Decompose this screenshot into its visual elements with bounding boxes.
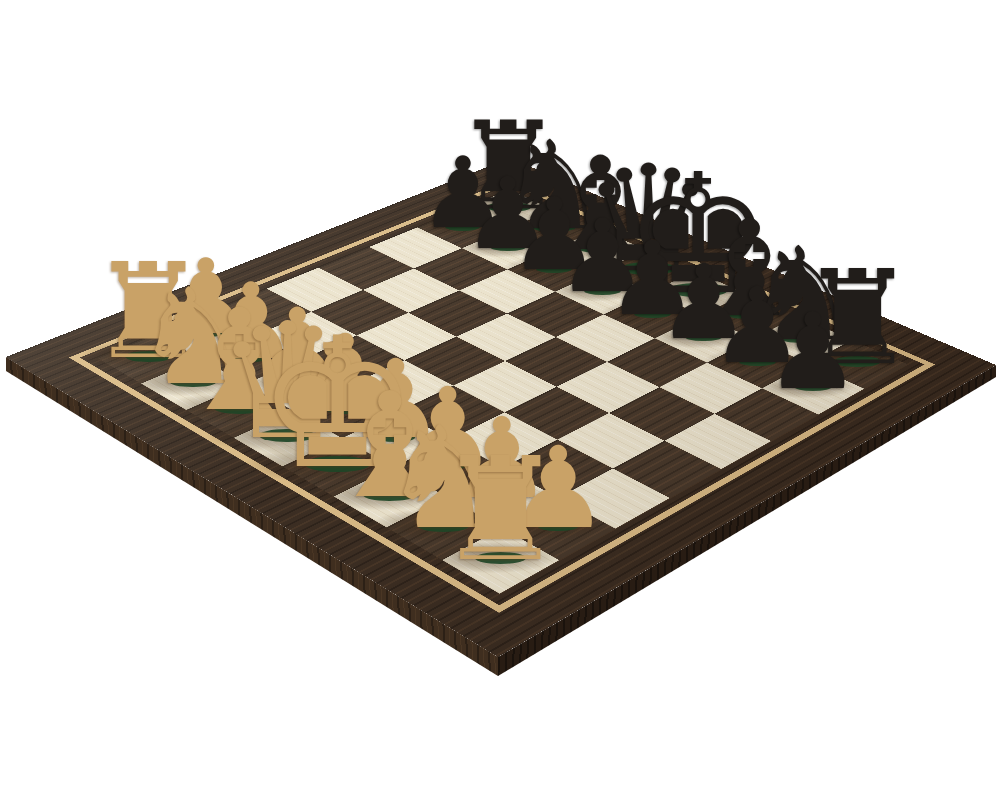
black-pawn-h7[interactable]: ♟ <box>760 299 865 404</box>
pieces-layer: ♜♞♝♛♚♝♞♜♟♟♟♟♟♟♟♟♟♟♟♟♟♟♟♟♜♞♝♛♚♝♞♜ <box>0 0 1000 800</box>
chess-set-scene: ♜♞♝♛♚♝♞♜♟♟♟♟♟♟♟♟♟♟♟♟♟♟♟♟♜♞♝♛♚♝♞♜ <box>0 0 1000 800</box>
white-rook-h1[interactable]: ♜ <box>429 439 572 582</box>
